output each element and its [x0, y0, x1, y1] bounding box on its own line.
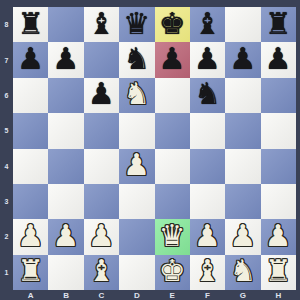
- square-e8[interactable]: ♚: [155, 7, 190, 42]
- piece-black-queen[interactable]: ♛: [123, 9, 150, 39]
- square-d7[interactable]: ♞: [119, 42, 154, 77]
- piece-black-rook[interactable]: ♜: [265, 9, 292, 39]
- square-g2[interactable]: ♟: [225, 219, 260, 254]
- square-a1[interactable]: ♜: [13, 255, 48, 290]
- piece-black-knight[interactable]: ♞: [194, 79, 221, 109]
- square-d3[interactable]: [119, 184, 154, 219]
- piece-black-pawn[interactable]: ♟: [159, 44, 186, 74]
- rank-label-6: 6: [0, 78, 13, 113]
- piece-white-pawn[interactable]: ♟: [123, 150, 150, 180]
- square-f1[interactable]: ♝: [190, 255, 225, 290]
- piece-white-rook[interactable]: ♜: [265, 256, 292, 286]
- piece-black-pawn[interactable]: ♟: [88, 79, 115, 109]
- square-e1[interactable]: ♚: [155, 255, 190, 290]
- piece-white-pawn[interactable]: ♟: [194, 221, 221, 251]
- square-d1[interactable]: [119, 255, 154, 290]
- square-b8[interactable]: [48, 7, 83, 42]
- square-b1[interactable]: [48, 255, 83, 290]
- file-labels: ABCDEFGH: [13, 290, 296, 300]
- square-a6[interactable]: [13, 78, 48, 113]
- piece-black-bishop[interactable]: ♝: [88, 9, 115, 39]
- square-d5[interactable]: [119, 113, 154, 148]
- square-h7[interactable]: ♟: [261, 42, 296, 77]
- square-g7[interactable]: ♟: [225, 42, 260, 77]
- square-c8[interactable]: ♝: [84, 7, 119, 42]
- square-f2[interactable]: ♟: [190, 219, 225, 254]
- square-c3[interactable]: [84, 184, 119, 219]
- square-f7[interactable]: ♟: [190, 42, 225, 77]
- square-a5[interactable]: [13, 113, 48, 148]
- square-h6[interactable]: [261, 78, 296, 113]
- rank-labels: 87654321: [0, 7, 13, 290]
- square-e5[interactable]: [155, 113, 190, 148]
- square-h2[interactable]: ♟: [261, 219, 296, 254]
- piece-black-rook[interactable]: ♜: [17, 9, 44, 39]
- square-f8[interactable]: ♝: [190, 7, 225, 42]
- piece-white-queen[interactable]: ♛: [159, 221, 186, 251]
- square-g3[interactable]: [225, 184, 260, 219]
- file-label-d: D: [119, 290, 154, 300]
- piece-black-king[interactable]: ♚: [159, 9, 186, 39]
- file-label-f: F: [190, 290, 225, 300]
- piece-white-knight[interactable]: ♞: [229, 256, 256, 286]
- square-b2[interactable]: ♟: [48, 219, 83, 254]
- rank-label-5: 5: [0, 113, 13, 148]
- chess-board-frame: 87654321 ♜♝♛♚♝♜♟♟♞♟♟♟♟♟♞♞♟♟♟♟♛♟♟♟♜♝♚♝♞♜ …: [0, 0, 300, 300]
- square-d2[interactable]: [119, 219, 154, 254]
- rank-label-3: 3: [0, 184, 13, 219]
- piece-black-pawn[interactable]: ♟: [229, 44, 256, 74]
- square-h1[interactable]: ♜: [261, 255, 296, 290]
- square-a4[interactable]: [13, 149, 48, 184]
- piece-white-pawn[interactable]: ♟: [265, 221, 292, 251]
- file-label-g: G: [225, 290, 260, 300]
- rank-label-4: 4: [0, 149, 13, 184]
- square-c5[interactable]: [84, 113, 119, 148]
- piece-white-pawn[interactable]: ♟: [88, 221, 115, 251]
- square-h3[interactable]: [261, 184, 296, 219]
- square-f3[interactable]: [190, 184, 225, 219]
- piece-black-pawn[interactable]: ♟: [194, 44, 221, 74]
- square-c7[interactable]: [84, 42, 119, 77]
- square-a3[interactable]: [13, 184, 48, 219]
- square-h5[interactable]: [261, 113, 296, 148]
- square-g1[interactable]: ♞: [225, 255, 260, 290]
- square-e6[interactable]: [155, 78, 190, 113]
- file-label-e: E: [155, 290, 190, 300]
- piece-black-pawn[interactable]: ♟: [265, 44, 292, 74]
- square-g5[interactable]: [225, 113, 260, 148]
- square-h4[interactable]: [261, 149, 296, 184]
- square-b4[interactable]: [48, 149, 83, 184]
- square-d4[interactable]: ♟: [119, 149, 154, 184]
- square-g8[interactable]: [225, 7, 260, 42]
- piece-white-pawn[interactable]: ♟: [53, 221, 80, 251]
- rank-label-1: 1: [0, 255, 13, 290]
- square-a8[interactable]: ♜: [13, 7, 48, 42]
- square-c6[interactable]: ♟: [84, 78, 119, 113]
- piece-white-knight[interactable]: ♞: [123, 79, 150, 109]
- piece-black-pawn[interactable]: ♟: [53, 44, 80, 74]
- piece-white-rook[interactable]: ♜: [17, 256, 44, 286]
- square-f5[interactable]: [190, 113, 225, 148]
- piece-white-pawn[interactable]: ♟: [229, 221, 256, 251]
- file-label-b: B: [48, 290, 83, 300]
- square-g6[interactable]: [225, 78, 260, 113]
- square-e4[interactable]: [155, 149, 190, 184]
- square-c4[interactable]: [84, 149, 119, 184]
- piece-black-pawn[interactable]: ♟: [17, 44, 44, 74]
- square-e7[interactable]: ♟: [155, 42, 190, 77]
- square-e3[interactable]: [155, 184, 190, 219]
- square-a7[interactable]: ♟: [13, 42, 48, 77]
- piece-black-bishop[interactable]: ♝: [194, 9, 221, 39]
- piece-white-bishop[interactable]: ♝: [194, 256, 221, 286]
- square-d8[interactable]: ♛: [119, 7, 154, 42]
- square-c2[interactable]: ♟: [84, 219, 119, 254]
- square-c1[interactable]: ♝: [84, 255, 119, 290]
- square-g4[interactable]: [225, 149, 260, 184]
- piece-black-knight[interactable]: ♞: [123, 44, 150, 74]
- square-d6[interactable]: ♞: [119, 78, 154, 113]
- square-f6[interactable]: ♞: [190, 78, 225, 113]
- rank-label-7: 7: [0, 42, 13, 77]
- file-label-c: C: [84, 290, 119, 300]
- square-b3[interactable]: [48, 184, 83, 219]
- square-f4[interactable]: [190, 149, 225, 184]
- square-h8[interactable]: ♜: [261, 7, 296, 42]
- piece-white-king[interactable]: ♚: [159, 256, 186, 286]
- chess-board: ♜♝♛♚♝♜♟♟♞♟♟♟♟♟♞♞♟♟♟♟♛♟♟♟♜♝♚♝♞♜: [13, 7, 296, 290]
- piece-white-bishop[interactable]: ♝: [88, 256, 115, 286]
- rank-label-2: 2: [0, 219, 13, 254]
- square-b5[interactable]: [48, 113, 83, 148]
- square-e2[interactable]: ♛: [155, 219, 190, 254]
- square-a2[interactable]: ♟: [13, 219, 48, 254]
- file-label-a: A: [13, 290, 48, 300]
- file-label-h: H: [261, 290, 296, 300]
- rank-label-8: 8: [0, 7, 13, 42]
- square-b7[interactable]: ♟: [48, 42, 83, 77]
- square-b6[interactable]: [48, 78, 83, 113]
- piece-white-pawn[interactable]: ♟: [17, 221, 44, 251]
